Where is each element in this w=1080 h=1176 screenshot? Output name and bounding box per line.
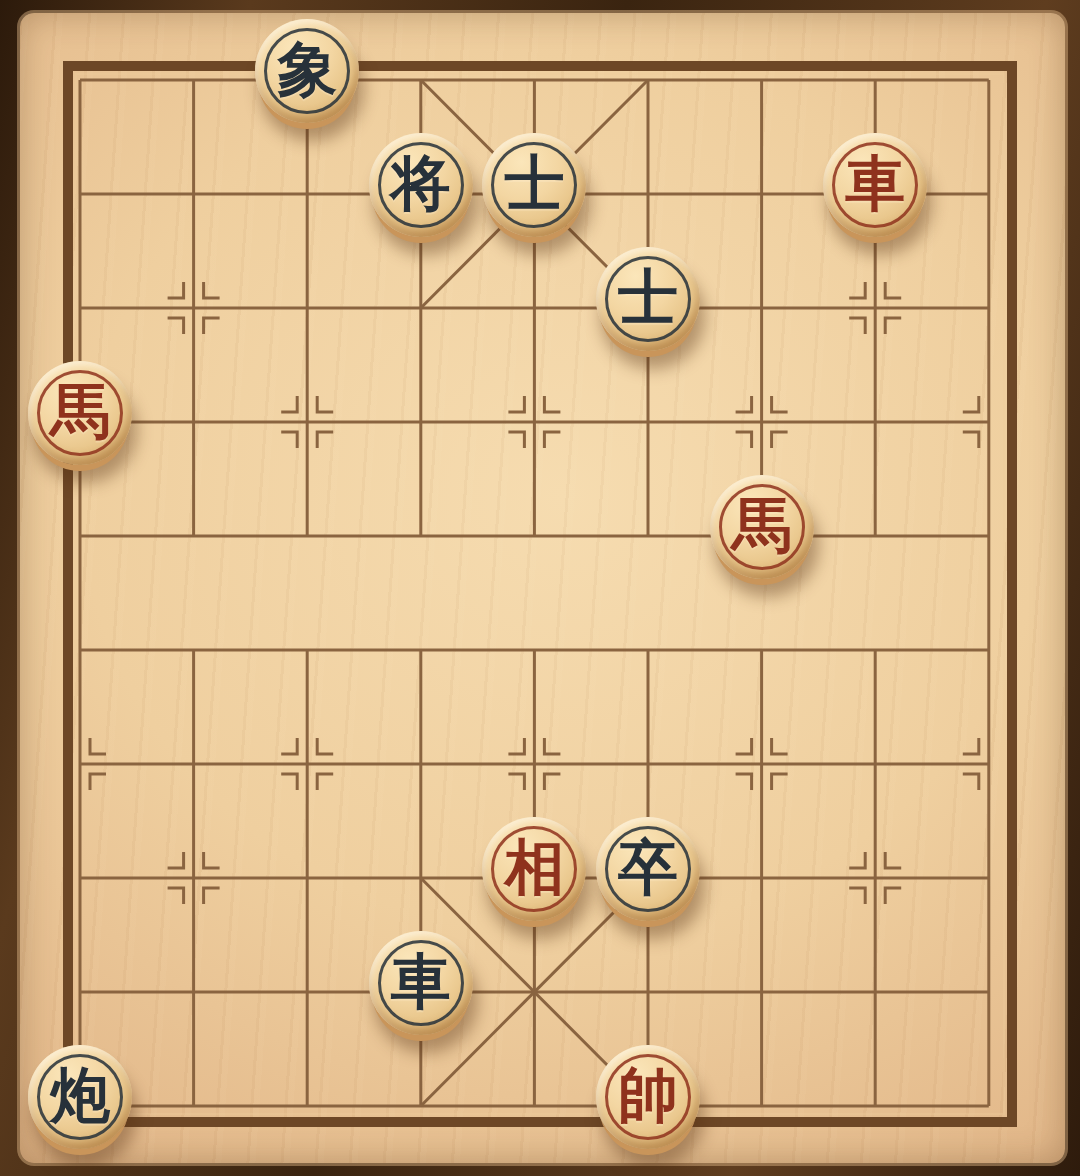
piece-glyph: 車 — [391, 951, 451, 1011]
piece-glyph: 士 — [504, 153, 564, 213]
piece-glyph: 象 — [277, 39, 337, 99]
piece-glyph: 士 — [618, 267, 678, 327]
piece-black-chariot[interactable]: 車 — [369, 931, 473, 1035]
piece-red-general[interactable]: 帥 — [596, 1045, 700, 1149]
piece-black-advisor[interactable]: 士 — [596, 247, 700, 351]
piece-glyph: 馬 — [50, 381, 110, 441]
piece-glyph: 炮 — [50, 1065, 110, 1125]
piece-black-elephant[interactable]: 象 — [255, 19, 359, 123]
piece-black-advisor[interactable]: 士 — [482, 133, 586, 237]
piece-glyph: 帥 — [618, 1065, 678, 1125]
piece-red-elephant[interactable]: 相 — [482, 817, 586, 921]
piece-red-horse[interactable]: 馬 — [28, 361, 132, 465]
piece-glyph: 相 — [504, 837, 564, 897]
piece-red-horse[interactable]: 馬 — [710, 475, 814, 579]
piece-red-chariot[interactable]: 車 — [823, 133, 927, 237]
piece-glyph: 馬 — [732, 495, 792, 555]
piece-black-cannon[interactable]: 炮 — [28, 1045, 132, 1149]
piece-black-general[interactable]: 将 — [369, 133, 473, 237]
xiangqi-app: 象将士車士馬馬相卒車炮帥 — [0, 0, 1080, 1176]
piece-black-soldier[interactable]: 卒 — [596, 817, 700, 921]
piece-grid: 象将士車士馬馬相卒車炮帥 — [23, 23, 1045, 1163]
piece-glyph: 車 — [845, 153, 905, 213]
piece-glyph: 卒 — [618, 837, 678, 897]
piece-glyph: 将 — [391, 153, 451, 213]
